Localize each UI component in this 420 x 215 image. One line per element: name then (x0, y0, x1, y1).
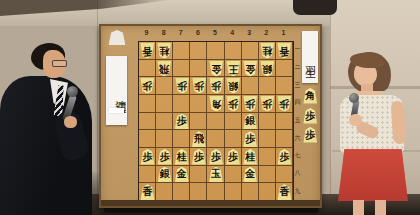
board-square (259, 130, 276, 148)
board-square (242, 183, 259, 201)
nameplate-strip (109, 108, 124, 113)
file-label-8: 8 (155, 29, 172, 36)
microphone-icon (67, 86, 78, 97)
board-square (139, 166, 156, 184)
woman-leg (353, 200, 364, 215)
board-square (190, 166, 207, 184)
file-label-4: 4 (224, 29, 241, 36)
board-frame-edge (101, 200, 320, 206)
board-square (207, 183, 224, 201)
rank-label: 二 (293, 59, 302, 77)
board-square (276, 166, 293, 184)
board-square (276, 113, 293, 131)
microphone-icon (349, 93, 359, 103)
board-square (259, 113, 276, 131)
rank-label: 一 (293, 41, 302, 59)
board-square (190, 95, 207, 113)
woman-arm (391, 101, 407, 145)
rank-label: 九 (293, 182, 302, 200)
rank-label: 八 (293, 165, 302, 183)
file-label-9: 9 (138, 29, 155, 36)
red-skirt (338, 149, 408, 201)
board-square (156, 113, 173, 131)
board-square (173, 60, 190, 78)
file-label-1: 1 (275, 29, 292, 36)
commentator-man (0, 40, 100, 215)
board-square (276, 130, 293, 148)
board-square (190, 42, 207, 60)
board-square (139, 60, 156, 78)
blank-piece-marker (108, 30, 126, 45)
file-label-7: 7 (172, 29, 189, 36)
man-hand (64, 116, 77, 128)
shogi-demo-board: 渡辺 羽生 987654321 一二三四五六七八九 香桂桂香飛金王金銀歩歩歩歩銀… (99, 24, 322, 208)
ceiling-speaker (293, 0, 337, 15)
board-square (139, 113, 156, 131)
board-grid: 香桂桂香飛金王金銀歩歩歩歩銀角歩歩歩歩歩銀飛歩歩歩桂歩歩歩桂歩銀金玉金香香 (138, 41, 294, 202)
photo-scene: 渡辺 羽生 987654321 一二三四五六七八九 香桂桂香飛金王金銀歩歩歩歩銀… (0, 0, 420, 215)
board-square (225, 42, 242, 60)
board-square (156, 183, 173, 201)
file-labels: 987654321 (138, 29, 292, 36)
board-square (259, 148, 276, 166)
nameplate-sente: 渡辺 (106, 56, 127, 125)
rank-label: 五 (293, 112, 302, 130)
board-square (276, 77, 293, 95)
board-square (242, 42, 259, 60)
woman-hand (349, 114, 362, 126)
board-square (190, 113, 207, 131)
board-square (207, 113, 224, 131)
board-square (173, 183, 190, 201)
presenter-woman (328, 52, 420, 215)
board-square (190, 183, 207, 201)
rank-label: 三 (293, 76, 302, 94)
hand-piece-歩[interactable]: 歩 (303, 108, 318, 124)
board-square (259, 166, 276, 184)
board-square (225, 113, 242, 131)
hand-piece-歩[interactable]: 歩 (303, 127, 318, 143)
file-label-2: 2 (258, 29, 275, 36)
board-square (190, 60, 207, 78)
board-square (207, 130, 224, 148)
rank-label: 四 (293, 94, 302, 112)
rank-label: 六 (293, 129, 302, 147)
rank-labels: 一二三四五六七八九 (293, 41, 302, 200)
board-square (156, 130, 173, 148)
board-square (259, 77, 276, 95)
board-square (173, 42, 190, 60)
woman-leg (375, 200, 386, 215)
board-square (225, 130, 242, 148)
nameplate-gote: 羽生 (302, 31, 318, 83)
board-square (225, 183, 242, 201)
hand-piece-角[interactable]: 角 (303, 88, 318, 104)
board-square (156, 95, 173, 113)
board-square (207, 42, 224, 60)
file-label-5: 5 (206, 29, 223, 36)
board-square (242, 77, 259, 95)
glasses-icon (52, 60, 67, 67)
board-square (173, 95, 190, 113)
board-square (156, 77, 173, 95)
rank-label: 七 (293, 147, 302, 165)
board-square (139, 130, 156, 148)
file-label-6: 6 (189, 29, 206, 36)
file-label-3: 3 (241, 29, 258, 36)
board-square (259, 183, 276, 201)
board-square (225, 166, 242, 184)
board-square (276, 60, 293, 78)
board-square (139, 95, 156, 113)
board-square (173, 130, 190, 148)
